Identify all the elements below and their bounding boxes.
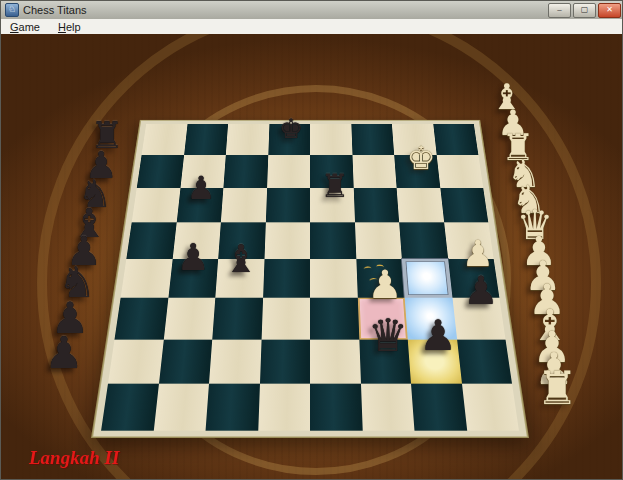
square-a8[interactable] <box>142 124 188 155</box>
square-g6[interactable] <box>397 188 444 223</box>
square-b1[interactable] <box>153 383 209 430</box>
menu-bar: GameHelp <box>1 19 623 35</box>
square-d3[interactable] <box>261 298 310 339</box>
square-c3[interactable] <box>212 298 262 339</box>
square-c2[interactable] <box>209 339 261 383</box>
title-bar: ♘ Chess Titans – ▢ ✕ <box>1 1 623 20</box>
square-f5[interactable] <box>355 222 402 259</box>
minimize-button[interactable]: – <box>548 3 571 18</box>
app-icon: ♘ <box>5 3 19 17</box>
piece-black-p-b6[interactable]: ♟ <box>169 172 233 204</box>
close-button[interactable]: ✕ <box>598 3 621 18</box>
piece-white-p-f3[interactable]: ♟ <box>346 265 424 304</box>
menu-item-help[interactable]: Help <box>49 21 90 33</box>
square-a1[interactable] <box>101 383 158 430</box>
maximize-button[interactable]: ▢ <box>573 3 596 18</box>
piece-white-k-g7[interactable]: ♚ <box>389 142 453 174</box>
square-e1[interactable] <box>310 383 362 430</box>
annotation-label: Langkah II <box>29 447 119 469</box>
window-buttons: – ▢ ✕ <box>548 3 621 18</box>
window-title: Chess Titans <box>23 4 87 16</box>
square-e5[interactable] <box>310 222 356 259</box>
square-a2[interactable] <box>108 339 163 383</box>
square-d1[interactable] <box>258 383 310 430</box>
captured-black-p: ♟ <box>20 331 108 375</box>
captured-white-r: ♜ <box>511 365 603 411</box>
piece-black-r-e6[interactable]: ♜ <box>303 170 367 202</box>
square-f8[interactable] <box>351 124 394 155</box>
square-c8[interactable] <box>226 124 269 155</box>
square-h6[interactable] <box>440 188 488 223</box>
piece-black-b-c4[interactable]: ♝ <box>203 240 279 278</box>
square-d2[interactable] <box>260 339 310 383</box>
square-f1[interactable] <box>360 383 414 430</box>
square-b8[interactable] <box>184 124 228 155</box>
piece-black-p-g2[interactable]: ♟ <box>396 315 480 357</box>
square-a3[interactable] <box>115 298 168 339</box>
square-b3[interactable] <box>163 298 215 339</box>
square-g5[interactable] <box>399 222 448 259</box>
square-b2[interactable] <box>159 339 213 383</box>
square-c1[interactable] <box>206 383 260 430</box>
square-g1[interactable] <box>411 383 467 430</box>
piece-black-k-d8[interactable]: ♚ <box>264 115 318 142</box>
menu-item-game[interactable]: Game <box>1 21 49 33</box>
